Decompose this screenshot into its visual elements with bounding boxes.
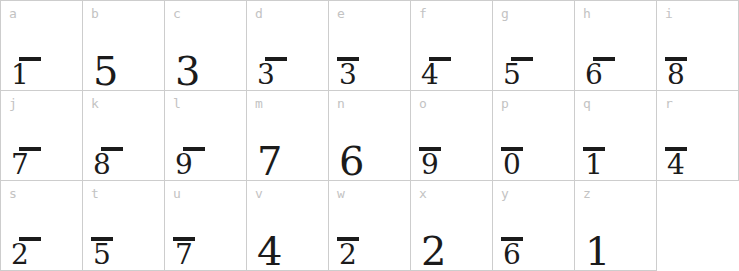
glyph-cell-h[interactable]: h 6 bbox=[575, 1, 657, 91]
macron-mark bbox=[511, 57, 533, 61]
cell-slot-label: s bbox=[9, 186, 17, 202]
glyph-digit: 1 bbox=[11, 61, 29, 89]
macron-mark bbox=[101, 147, 123, 151]
macron-mark bbox=[665, 57, 687, 61]
macron-mark bbox=[419, 147, 441, 151]
glyph-cell-g[interactable]: g 5 bbox=[493, 1, 575, 91]
glyph-digit: 4 bbox=[667, 151, 685, 179]
glyph-digit: 8 bbox=[667, 61, 685, 89]
cell-slot-label: w bbox=[337, 186, 345, 202]
macron-mark bbox=[593, 57, 615, 61]
cell-slot-label: y bbox=[501, 186, 509, 202]
glyph-digit: 6 bbox=[339, 141, 364, 181]
glyph-cell-a[interactable]: a 1 bbox=[1, 1, 83, 91]
glyph-digit: 2 bbox=[421, 231, 446, 271]
cell-slot-label: q bbox=[583, 96, 591, 112]
cell-slot-label: f bbox=[419, 6, 427, 22]
macron-mark bbox=[337, 57, 359, 61]
macron-mark bbox=[501, 147, 523, 151]
glyph-digit: 1 bbox=[585, 231, 610, 271]
macron-mark bbox=[183, 147, 205, 151]
cell-slot-label: o bbox=[419, 96, 427, 112]
glyph-digit: 3 bbox=[175, 51, 200, 91]
glyph-digit: 1 bbox=[585, 151, 603, 179]
glyph-cell-e[interactable]: e 3 bbox=[329, 1, 411, 91]
glyph-cell-c[interactable]: c 3 bbox=[165, 1, 247, 91]
cell-slot-label: d bbox=[255, 6, 263, 22]
cell-slot-label: c bbox=[173, 6, 181, 22]
macron-mark bbox=[665, 147, 687, 151]
macron-mark bbox=[19, 237, 41, 241]
glyph-digit: 7 bbox=[257, 141, 282, 181]
macron-mark bbox=[337, 237, 359, 241]
glyph-cell-l[interactable]: l 9 bbox=[165, 91, 247, 181]
macron-mark bbox=[501, 237, 523, 241]
glyph-cell-j[interactable]: j 7 bbox=[1, 91, 83, 181]
glyph-cell-x[interactable]: x 2 bbox=[411, 181, 493, 271]
cell-slot-label: u bbox=[173, 186, 181, 202]
cell-slot-label: b bbox=[91, 6, 99, 22]
cell-slot-label: g bbox=[501, 6, 509, 22]
glyph-cell-o[interactable]: o 9 bbox=[411, 91, 493, 181]
glyph-cell-d[interactable]: d 3 bbox=[247, 1, 329, 91]
cell-slot-label: h bbox=[583, 6, 591, 22]
cell-slot-label: r bbox=[665, 96, 673, 112]
glyph-digit: 7 bbox=[175, 241, 193, 269]
glyph-cell-k[interactable]: k 8 bbox=[83, 91, 165, 181]
glyph-cell-i[interactable]: i 8 bbox=[657, 1, 739, 91]
glyph-digit: 5 bbox=[503, 61, 521, 89]
glyph-digit: 3 bbox=[257, 61, 275, 89]
glyph-digit: 3 bbox=[339, 61, 357, 89]
glyph-grid: a 1 b 5 c 3 d 3 e 3 f 4 g 5 h 6 i 8 j 7 bbox=[0, 0, 739, 271]
glyph-cell-s[interactable]: s 2 bbox=[1, 181, 83, 271]
cell-slot-label: k bbox=[91, 96, 99, 112]
cell-slot-label: p bbox=[501, 96, 509, 112]
macron-mark bbox=[173, 237, 195, 241]
cell-slot-label: e bbox=[337, 6, 345, 22]
glyph-digit: 9 bbox=[175, 151, 193, 179]
glyph-cell-m[interactable]: m 7 bbox=[247, 91, 329, 181]
glyph-digit: 2 bbox=[339, 241, 357, 269]
glyph-cell-f[interactable]: f 4 bbox=[411, 1, 493, 91]
glyph-digit: 5 bbox=[93, 241, 111, 269]
cell-slot-label: i bbox=[665, 6, 673, 22]
glyph-digit: 7 bbox=[11, 151, 29, 179]
macron-mark bbox=[265, 57, 287, 61]
glyph-digit: 5 bbox=[93, 51, 118, 91]
glyph-cell-u[interactable]: u 7 bbox=[165, 181, 247, 271]
cell-slot-label: l bbox=[173, 96, 181, 112]
empty-cell bbox=[657, 181, 739, 271]
cell-slot-label: a bbox=[9, 6, 17, 22]
glyph-cell-b[interactable]: b 5 bbox=[83, 1, 165, 91]
macron-mark bbox=[19, 147, 41, 151]
macron-mark bbox=[583, 147, 605, 151]
glyph-cell-t[interactable]: t 5 bbox=[83, 181, 165, 271]
glyph-cell-p[interactable]: p 0 bbox=[493, 91, 575, 181]
glyph-cell-q[interactable]: q 1 bbox=[575, 91, 657, 181]
cell-slot-label: x bbox=[419, 186, 427, 202]
macron-mark bbox=[19, 57, 41, 61]
glyph-digit: 6 bbox=[585, 61, 603, 89]
cell-slot-label: t bbox=[91, 186, 99, 202]
glyph-digit: 4 bbox=[257, 231, 282, 271]
glyph-digit: 0 bbox=[503, 151, 521, 179]
glyph-cell-z[interactable]: z 1 bbox=[575, 181, 657, 271]
cell-slot-label: n bbox=[337, 96, 345, 112]
glyph-cell-r[interactable]: r 4 bbox=[657, 91, 739, 181]
cell-slot-label: z bbox=[583, 186, 591, 202]
cell-slot-label: j bbox=[9, 96, 17, 112]
macron-mark bbox=[429, 57, 451, 61]
glyph-cell-y[interactable]: y 6 bbox=[493, 181, 575, 271]
cell-slot-label: m bbox=[255, 96, 263, 112]
glyph-digit: 4 bbox=[421, 61, 439, 89]
macron-mark bbox=[91, 237, 113, 241]
glyph-cell-v[interactable]: v 4 bbox=[247, 181, 329, 271]
glyph-digit: 6 bbox=[503, 241, 521, 269]
cell-slot-label: v bbox=[255, 186, 263, 202]
glyph-digit: 9 bbox=[421, 151, 439, 179]
glyph-digit: 2 bbox=[11, 241, 29, 269]
glyph-cell-n[interactable]: n 6 bbox=[329, 91, 411, 181]
glyph-cell-w[interactable]: w 2 bbox=[329, 181, 411, 271]
glyph-digit: 8 bbox=[93, 151, 111, 179]
